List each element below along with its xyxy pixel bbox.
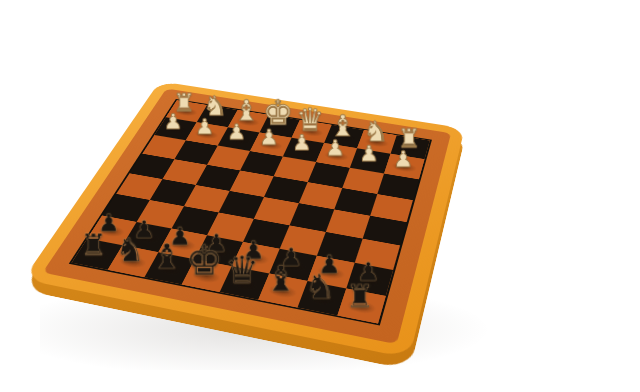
white-pawn: ♟ <box>325 137 345 159</box>
square-d4 <box>264 176 308 203</box>
white-pawn: ♟ <box>393 148 413 170</box>
squares: ♜♞♝♚♛♝♞♜♟♟♟♟♟♟♟♟♟♟♟♟♟♟♟♟♜♞♝♚♛♝♞♜ <box>69 99 432 326</box>
white-pawn: ♟ <box>195 116 214 137</box>
square-b3 <box>342 168 384 194</box>
black-knight: ♞ <box>115 234 144 267</box>
square-f2: ♟ <box>218 127 260 151</box>
white-pawn: ♟ <box>359 143 379 165</box>
white-pawn: ♟ <box>292 132 312 154</box>
black-knight: ♞ <box>305 270 335 304</box>
square-a2: ♟ <box>384 154 424 179</box>
square-d3 <box>274 156 316 182</box>
square-d5 <box>254 197 299 225</box>
black-bishop: ♝ <box>152 240 182 274</box>
white-pawn: ♟ <box>259 127 278 149</box>
black-rook: ♜ <box>81 230 107 259</box>
white-pawn: ♟ <box>227 122 246 144</box>
black-rook: ♜ <box>346 281 374 312</box>
black-king: ♚ <box>186 240 223 281</box>
product-photo-scene: ♜♞♝♚♛♝♞♜♟♟♟♟♟♟♟♟♟♟♟♟♟♟♟♟♜♞♝♚♛♝♞♜ <box>0 0 640 392</box>
black-bishop: ♝ <box>265 261 296 296</box>
square-a8: ♜ <box>337 288 385 323</box>
square-a4 <box>370 194 413 222</box>
square-b8: ♞ <box>297 281 346 316</box>
black-queen: ♛ <box>225 251 259 289</box>
white-pawn: ♟ <box>164 111 183 132</box>
